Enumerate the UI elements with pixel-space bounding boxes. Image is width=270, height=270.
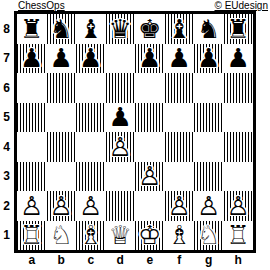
white-rook-icon: ♜♖ [17,221,47,251]
white-rook-icon: ♜♖ [224,221,254,251]
black-pawn-icon: ♟♟ [165,44,195,74]
square-c6[interactable] [76,73,106,103]
square-c8[interactable]: ♝♝ [76,14,106,44]
square-h3[interactable] [224,162,254,192]
black-queen-icon: ♛♛ [106,14,136,44]
white-knight-icon: ♞♘ [47,221,77,251]
square-e4[interactable] [135,132,165,162]
square-g3[interactable] [194,162,224,192]
chess-board: ♜♜♞♞♝♝♛♛♚♚♝♝♞♞♜♜♟♟♟♟♟♟♟♟♟♟♟♟♟♟♟♟♟♙♟♙♟♙♟♙… [17,14,253,250]
square-e8[interactable]: ♚♚ [135,14,165,44]
square-c3[interactable] [76,162,106,192]
square-b5[interactable] [47,103,77,133]
app-window: ChessOps © EUdesign 87654321 ♜♜♞♞♝♝♛♛♚♚♝… [0,0,270,270]
square-a1[interactable]: ♜♖ [17,221,47,251]
square-h5[interactable] [224,103,254,133]
white-pawn-icon: ♟♙ [76,191,106,221]
rank-label-8: 8 [0,14,13,44]
square-g2[interactable]: ♟♙ [194,191,224,221]
file-label-a: a [17,253,47,269]
square-g8[interactable]: ♞♞ [194,14,224,44]
black-bishop-icon: ♝♝ [165,14,195,44]
black-bishop-icon: ♝♝ [76,14,106,44]
square-g6[interactable] [194,73,224,103]
white-king-icon: ♚♔ [135,221,165,251]
square-h1[interactable]: ♜♖ [224,221,254,251]
white-pawn-icon: ♟♙ [135,162,165,192]
square-a6[interactable] [17,73,47,103]
white-queen-icon: ♛♕ [106,221,136,251]
black-pawn-icon: ♟♟ [76,44,106,74]
square-c2[interactable]: ♟♙ [76,191,106,221]
white-pawn-icon: ♟♙ [194,191,224,221]
black-pawn-icon: ♟♟ [194,44,224,74]
square-b3[interactable] [47,162,77,192]
square-e5[interactable] [135,103,165,133]
black-pawn-icon: ♟♟ [17,44,47,74]
file-label-e: e [135,253,165,269]
square-d2[interactable] [106,191,136,221]
square-f1[interactable]: ♝♗ [165,221,195,251]
square-h8[interactable]: ♜♜ [224,14,254,44]
white-bishop-icon: ♝♗ [165,221,195,251]
square-h6[interactable] [224,73,254,103]
file-label-g: g [194,253,224,269]
square-f8[interactable]: ♝♝ [165,14,195,44]
board-frame: ♜♜♞♞♝♝♛♛♚♚♝♝♞♞♜♜♟♟♟♟♟♟♟♟♟♟♟♟♟♟♟♟♟♙♟♙♟♙♟♙… [14,11,256,253]
square-h7[interactable]: ♟♟ [224,44,254,74]
rank-labels: 87654321 [0,14,13,250]
file-label-d: d [106,253,136,269]
black-pawn-icon: ♟♟ [135,44,165,74]
white-pawn-icon: ♟♙ [106,132,136,162]
square-a3[interactable] [17,162,47,192]
square-a8[interactable]: ♜♜ [17,14,47,44]
black-pawn-icon: ♟♟ [47,44,77,74]
square-b2[interactable]: ♟♙ [47,191,77,221]
rank-label-1: 1 [0,221,13,251]
white-pawn-icon: ♟♙ [47,191,77,221]
black-pawn-icon: ♟♟ [224,44,254,74]
square-e3[interactable]: ♟♙ [135,162,165,192]
square-d8[interactable]: ♛♛ [106,14,136,44]
file-labels: abcdefgh [17,253,253,269]
square-d4[interactable]: ♟♙ [106,132,136,162]
square-a5[interactable] [17,103,47,133]
credit-link[interactable]: © EUdesign [214,0,268,11]
black-knight-icon: ♞♞ [47,14,77,44]
black-knight-icon: ♞♞ [194,14,224,44]
file-label-c: c [76,253,106,269]
rank-label-4: 4 [0,132,13,162]
square-f4[interactable] [165,132,195,162]
square-a2[interactable]: ♟♙ [17,191,47,221]
square-c7[interactable]: ♟♟ [76,44,106,74]
file-label-f: f [165,253,195,269]
rank-label-5: 5 [0,103,13,133]
square-f2[interactable]: ♟♙ [165,191,195,221]
white-pawn-icon: ♟♙ [17,191,47,221]
square-f6[interactable] [165,73,195,103]
square-d6[interactable] [106,73,136,103]
square-d5[interactable]: ♟♟ [106,103,136,133]
square-h4[interactable] [224,132,254,162]
square-e1[interactable]: ♚♔ [135,221,165,251]
square-c1[interactable]: ♝♗ [76,221,106,251]
app-title-link[interactable]: ChessOps [18,0,65,11]
black-rook-icon: ♜♜ [224,14,254,44]
square-e2[interactable] [135,191,165,221]
square-h2[interactable]: ♟♙ [224,191,254,221]
black-rook-icon: ♜♜ [17,14,47,44]
square-c5[interactable] [76,103,106,133]
square-a7[interactable]: ♟♟ [17,44,47,74]
square-f3[interactable] [165,162,195,192]
black-pawn-icon: ♟♟ [106,103,136,133]
square-d1[interactable]: ♛♕ [106,221,136,251]
black-king-icon: ♚♚ [135,14,165,44]
white-pawn-icon: ♟♙ [224,191,254,221]
square-f5[interactable] [165,103,195,133]
square-c4[interactable] [76,132,106,162]
white-bishop-icon: ♝♗ [76,221,106,251]
white-pawn-icon: ♟♙ [165,191,195,221]
square-g1[interactable]: ♞♘ [194,221,224,251]
rank-label-3: 3 [0,162,13,192]
square-d3[interactable] [106,162,136,192]
file-label-b: b [47,253,77,269]
square-g7[interactable]: ♟♟ [194,44,224,74]
square-e6[interactable] [135,73,165,103]
rank-label-6: 6 [0,73,13,103]
square-g4[interactable] [194,132,224,162]
square-g5[interactable] [194,103,224,133]
square-b1[interactable]: ♞♘ [47,221,77,251]
square-b6[interactable] [47,73,77,103]
square-f7[interactable]: ♟♟ [165,44,195,74]
square-b8[interactable]: ♞♞ [47,14,77,44]
white-knight-icon: ♞♘ [194,221,224,251]
square-b7[interactable]: ♟♟ [47,44,77,74]
rank-label-2: 2 [0,191,13,221]
square-d7[interactable] [106,44,136,74]
rank-label-7: 7 [0,44,13,74]
square-b4[interactable] [47,132,77,162]
file-label-h: h [224,253,254,269]
square-e7[interactable]: ♟♟ [135,44,165,74]
square-a4[interactable] [17,132,47,162]
